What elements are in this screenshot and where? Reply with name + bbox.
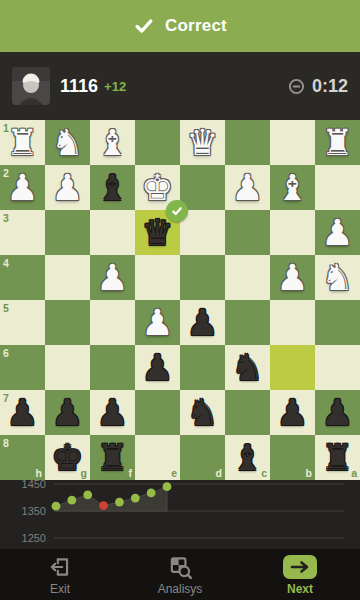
rank-label: 8 xyxy=(3,437,9,449)
file-label: b xyxy=(306,467,312,479)
white-pawn: ♟ xyxy=(135,300,180,345)
square-d6[interactable] xyxy=(180,345,225,390)
square-b2[interactable]: ♝ xyxy=(270,165,315,210)
white-queen: ♛ xyxy=(180,120,225,165)
next-label: Next xyxy=(287,582,313,596)
square-d3[interactable] xyxy=(180,210,225,255)
result-banner: Correct xyxy=(0,0,360,52)
black-bishop: ♝ xyxy=(90,165,135,210)
square-a1[interactable]: ♜ xyxy=(315,120,360,165)
analysis-label: Analisys xyxy=(158,582,203,596)
square-c4[interactable] xyxy=(225,255,270,300)
square-e1[interactable] xyxy=(135,120,180,165)
white-bishop: ♝ xyxy=(270,165,315,210)
square-a5[interactable] xyxy=(315,300,360,345)
white-pawn: ♟ xyxy=(45,165,90,210)
file-label: e xyxy=(171,467,177,479)
rank-label: 5 xyxy=(3,302,9,314)
square-g4[interactable] xyxy=(45,255,90,300)
square-h6[interactable]: 6 xyxy=(0,345,45,390)
next-button[interactable]: Next xyxy=(240,549,360,600)
square-g7[interactable]: ♟ xyxy=(45,390,90,435)
file-label: h xyxy=(36,467,42,479)
black-pawn: ♟ xyxy=(270,390,315,435)
rating-point xyxy=(99,501,108,510)
square-g3[interactable] xyxy=(45,210,90,255)
y-tick-label: 1450 xyxy=(22,480,46,490)
white-pawn: ♟ xyxy=(315,210,360,255)
square-f8[interactable]: f♜ xyxy=(90,435,135,480)
square-f6[interactable] xyxy=(90,345,135,390)
black-pawn: ♟ xyxy=(90,390,135,435)
square-f3[interactable] xyxy=(90,210,135,255)
square-d1[interactable]: ♛ xyxy=(180,120,225,165)
square-f7[interactable]: ♟ xyxy=(90,390,135,435)
square-h2[interactable]: 2♟ xyxy=(0,165,45,210)
square-d7[interactable]: ♞ xyxy=(180,390,225,435)
rating-graph: 145013501250 xyxy=(0,480,360,549)
black-king: ♚ xyxy=(45,435,90,480)
avatar-image xyxy=(12,67,50,105)
file-label: c xyxy=(261,467,267,479)
square-b5[interactable] xyxy=(270,300,315,345)
white-pawn: ♟ xyxy=(270,255,315,300)
file-label: d xyxy=(216,467,222,479)
rating-point xyxy=(52,502,61,511)
file-label: g xyxy=(81,467,87,479)
black-pawn: ♟ xyxy=(0,390,45,435)
white-knight: ♞ xyxy=(45,120,90,165)
file-label: f xyxy=(129,467,133,479)
square-c1[interactable] xyxy=(225,120,270,165)
square-a2[interactable] xyxy=(315,165,360,210)
bottom-nav: Exit Analisys Next xyxy=(0,549,360,600)
square-e7[interactable] xyxy=(135,390,180,435)
rank-label: 3 xyxy=(3,212,9,224)
square-b8[interactable]: b xyxy=(270,435,315,480)
square-b1[interactable] xyxy=(270,120,315,165)
square-c6[interactable]: ♞ xyxy=(225,345,270,390)
square-d2[interactable] xyxy=(180,165,225,210)
white-knight: ♞ xyxy=(315,255,360,300)
square-c8[interactable]: c♝ xyxy=(225,435,270,480)
exit-button[interactable]: Exit xyxy=(0,549,120,600)
black-pawn: ♟ xyxy=(315,390,360,435)
square-g5[interactable] xyxy=(45,300,90,345)
rating-point xyxy=(163,482,172,491)
white-pawn: ♟ xyxy=(90,255,135,300)
square-a3[interactable]: ♟ xyxy=(315,210,360,255)
rank-label: 2 xyxy=(3,167,9,179)
square-d5[interactable]: ♟ xyxy=(180,300,225,345)
square-a7[interactable]: ♟ xyxy=(315,390,360,435)
black-rook: ♜ xyxy=(315,435,360,480)
banner-label: Correct xyxy=(165,16,227,36)
rating-chart: 145013501250 xyxy=(0,480,360,549)
black-pawn: ♟ xyxy=(180,300,225,345)
rating-point xyxy=(147,489,156,498)
square-h3[interactable]: 3 xyxy=(0,210,45,255)
square-h1[interactable]: 1♜ xyxy=(0,120,45,165)
black-pawn: ♟ xyxy=(45,390,90,435)
rating-delta: +12 xyxy=(104,79,126,94)
square-a8[interactable]: a♜ xyxy=(315,435,360,480)
rating-point xyxy=(131,494,140,503)
square-b6[interactable] xyxy=(270,345,315,390)
rank-label: 6 xyxy=(3,347,9,359)
black-knight: ♞ xyxy=(225,345,270,390)
white-pawn: ♟ xyxy=(225,165,270,210)
timer: 0:12 xyxy=(288,76,348,97)
analysis-button[interactable]: Analisys xyxy=(120,549,240,600)
rating-point xyxy=(67,496,76,505)
white-bishop: ♝ xyxy=(90,120,135,165)
exit-label: Exit xyxy=(50,582,70,596)
exit-door-icon xyxy=(47,554,73,580)
square-h4[interactable]: 4 xyxy=(0,255,45,300)
square-c5[interactable] xyxy=(225,300,270,345)
square-f1[interactable]: ♝ xyxy=(90,120,135,165)
chess-board: 1♜♞♝♛♜2♟♟♝♚♟♝3♛♟4♟♟♞5♟♟6♟♞7♟♟♟♞♟♟8hg♚f♜e… xyxy=(0,120,360,480)
timer-icon xyxy=(288,78,305,95)
y-tick-label: 1250 xyxy=(22,532,46,544)
square-d8[interactable]: d xyxy=(180,435,225,480)
square-d4[interactable] xyxy=(180,255,225,300)
arrow-right-icon xyxy=(282,554,318,580)
check-icon xyxy=(171,205,183,217)
square-f5[interactable] xyxy=(90,300,135,345)
avatar[interactable] xyxy=(12,67,50,105)
black-rook: ♜ xyxy=(90,435,135,480)
file-label: a xyxy=(351,467,357,479)
square-b4[interactable]: ♟ xyxy=(270,255,315,300)
square-c7[interactable] xyxy=(225,390,270,435)
check-icon xyxy=(133,15,155,37)
square-e6[interactable]: ♟ xyxy=(135,345,180,390)
rank-label: 1 xyxy=(3,122,9,134)
rank-label: 7 xyxy=(3,392,9,404)
square-h7[interactable]: 7♟ xyxy=(0,390,45,435)
square-b3[interactable] xyxy=(270,210,315,255)
square-f2[interactable]: ♝ xyxy=(90,165,135,210)
square-e5[interactable]: ♟ xyxy=(135,300,180,345)
rating-point xyxy=(83,490,92,499)
rank-label: 4 xyxy=(3,257,9,269)
square-h5[interactable]: 5 xyxy=(0,300,45,345)
square-g1[interactable]: ♞ xyxy=(45,120,90,165)
square-h8[interactable]: 8h xyxy=(0,435,45,480)
square-g6[interactable] xyxy=(45,345,90,390)
black-knight: ♞ xyxy=(180,390,225,435)
square-e8[interactable]: e xyxy=(135,435,180,480)
puzzle-screen: Correct 1116 +12 0:12 1♜♞♝♛♜2♟♟♝♚♟♝3♛♟4♟… xyxy=(0,0,360,600)
square-c3[interactable] xyxy=(225,210,270,255)
y-tick-label: 1350 xyxy=(22,505,46,517)
square-c2[interactable]: ♟ xyxy=(225,165,270,210)
timer-text: 0:12 xyxy=(312,76,348,97)
player-header: 1116 +12 0:12 xyxy=(0,52,360,120)
player-rating: 1116 xyxy=(60,76,98,97)
square-a6[interactable] xyxy=(315,345,360,390)
square-g2[interactable]: ♟ xyxy=(45,165,90,210)
white-pawn: ♟ xyxy=(0,165,45,210)
black-bishop: ♝ xyxy=(225,435,270,480)
square-a4[interactable]: ♞ xyxy=(315,255,360,300)
square-f4[interactable]: ♟ xyxy=(90,255,135,300)
square-g8[interactable]: g♚ xyxy=(45,435,90,480)
white-rook: ♜ xyxy=(0,120,45,165)
correct-move-badge xyxy=(166,200,188,222)
black-pawn: ♟ xyxy=(135,345,180,390)
white-rook: ♜ xyxy=(315,120,360,165)
board-magnifier-icon xyxy=(167,554,193,580)
square-b7[interactable]: ♟ xyxy=(270,390,315,435)
rating-point xyxy=(115,498,124,507)
square-e4[interactable] xyxy=(135,255,180,300)
